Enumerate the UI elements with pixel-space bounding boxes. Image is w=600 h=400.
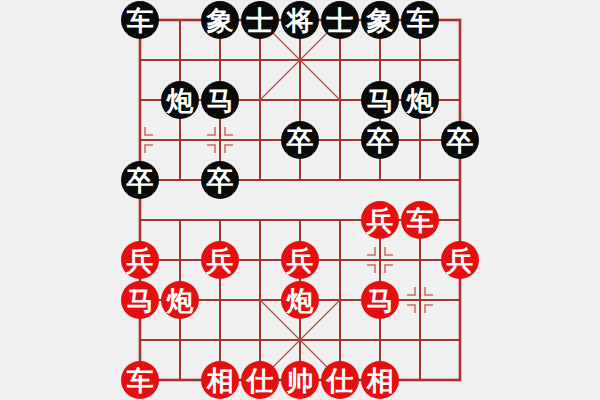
piece-black-chariot-2[interactable]: 车 [401, 1, 439, 39]
piece-black-soldier-4[interactable]: 卒 [121, 161, 159, 199]
piece-red-soldier-1[interactable]: 兵 [361, 201, 399, 239]
piece-red-cannon-2[interactable]: 炮 [281, 281, 319, 319]
piece-black-elephant-2[interactable]: 象 [361, 1, 399, 39]
piece-red-elephant-1[interactable]: 相 [201, 361, 239, 399]
piece-black-general-1[interactable]: 将 [281, 1, 319, 39]
piece-red-soldier-3[interactable]: 兵 [201, 241, 239, 279]
piece-red-chariot-1[interactable]: 车 [401, 201, 439, 239]
piece-black-cannon-2[interactable]: 炮 [401, 81, 439, 119]
piece-red-advisor-2[interactable]: 仕 [321, 361, 359, 399]
piece-red-chariot-2[interactable]: 车 [121, 361, 159, 399]
xiangqi-board-screen: 车象士将士象车炮马马炮卒卒卒卒卒兵车兵兵兵兵马炮炮马车相仕帅仕相 [0, 0, 600, 400]
piece-black-soldier-5[interactable]: 卒 [201, 161, 239, 199]
piece-red-advisor-1[interactable]: 仕 [241, 361, 279, 399]
piece-red-horse-2[interactable]: 马 [361, 281, 399, 319]
piece-black-soldier-1[interactable]: 卒 [281, 121, 319, 159]
piece-black-advisor-2[interactable]: 士 [321, 1, 359, 39]
piece-black-soldier-2[interactable]: 卒 [361, 121, 399, 159]
piece-black-advisor-1[interactable]: 士 [241, 1, 279, 39]
pieces-layer: 车象士将士象车炮马马炮卒卒卒卒卒兵车兵兵兵兵马炮炮马车相仕帅仕相 [0, 0, 600, 400]
piece-black-cannon-1[interactable]: 炮 [161, 81, 199, 119]
piece-red-soldier-2[interactable]: 兵 [121, 241, 159, 279]
piece-red-cannon-1[interactable]: 炮 [161, 281, 199, 319]
piece-black-horse-2[interactable]: 马 [361, 81, 399, 119]
piece-black-soldier-3[interactable]: 卒 [441, 121, 479, 159]
piece-red-elephant-2[interactable]: 相 [361, 361, 399, 399]
piece-black-chariot-1[interactable]: 车 [121, 1, 159, 39]
piece-red-general-1[interactable]: 帅 [281, 361, 319, 399]
piece-black-elephant-1[interactable]: 象 [201, 1, 239, 39]
piece-red-soldier-4[interactable]: 兵 [281, 241, 319, 279]
piece-red-horse-1[interactable]: 马 [121, 281, 159, 319]
piece-red-soldier-5[interactable]: 兵 [441, 241, 479, 279]
piece-black-horse-1[interactable]: 马 [201, 81, 239, 119]
